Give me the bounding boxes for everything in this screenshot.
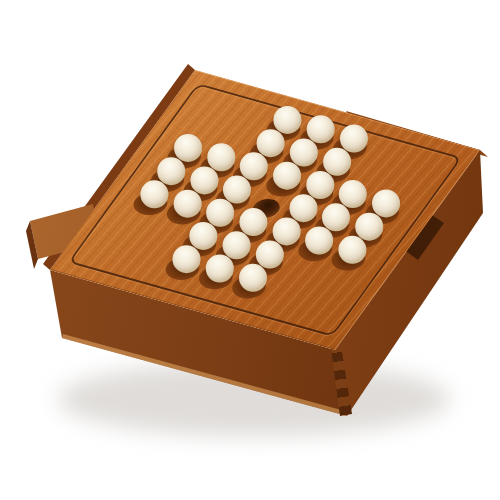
marble[interactable] (157, 157, 185, 185)
marble[interactable] (239, 263, 267, 291)
marble[interactable] (190, 222, 218, 250)
solitaire-product-photo (0, 0, 500, 500)
marble[interactable] (174, 134, 202, 162)
marble[interactable] (355, 213, 383, 241)
marble[interactable] (173, 245, 201, 273)
marble[interactable] (372, 190, 400, 218)
marble[interactable] (256, 240, 284, 268)
marble[interactable] (140, 180, 168, 208)
marble[interactable] (190, 166, 218, 194)
marble[interactable] (273, 162, 301, 190)
marble[interactable] (207, 143, 235, 171)
marble[interactable] (306, 171, 334, 199)
marble[interactable] (289, 194, 317, 222)
marble[interactable] (273, 217, 301, 245)
marble[interactable] (173, 189, 201, 217)
marble[interactable] (239, 208, 267, 236)
marble[interactable] (339, 236, 367, 264)
marble[interactable] (206, 254, 234, 282)
marble[interactable] (223, 231, 251, 259)
